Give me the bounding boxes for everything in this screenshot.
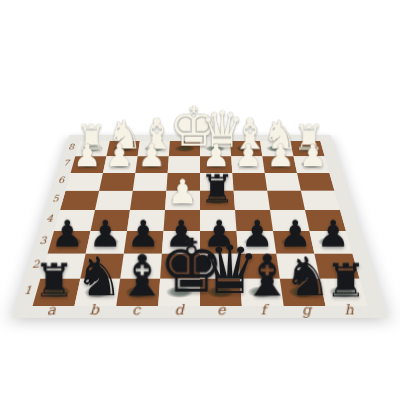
square-c5[interactable] — [130, 191, 166, 210]
black-knight[interactable]: ♞ — [283, 250, 325, 304]
square-c6[interactable] — [133, 173, 168, 191]
square-e5[interactable]: ♜ — [200, 191, 235, 210]
chess-board: 8♜♞♝♚♛♝♞♜87♟♟♟♟♟♟♟7665♟♜5443♟♟♟♟♟♟♟♟3221… — [12, 135, 388, 318]
square-a5[interactable] — [60, 191, 99, 210]
file-label: c — [132, 303, 141, 317]
file-label-cell: a — [29, 306, 74, 318]
rank-label-left: 5 — [52, 194, 59, 203]
board-border — [367, 306, 387, 318]
black-bishop[interactable]: ♝ — [242, 246, 284, 303]
square-d7[interactable] — [168, 156, 200, 173]
black-knight[interactable]: ♞ — [75, 250, 117, 304]
photo-scene: 8♜♞♝♚♛♝♞♜87♟♟♟♟♟♟♟7665♟♜5443♟♟♟♟♟♟♟♟3221… — [0, 0, 400, 400]
rank-label-left: 6 — [58, 176, 65, 184]
square-a6[interactable] — [66, 173, 103, 191]
square-a7[interactable]: ♟ — [71, 156, 107, 173]
white-pawn[interactable]: ♟ — [71, 140, 103, 171]
file-label: g — [301, 303, 311, 317]
white-king[interactable]: ♚ — [169, 100, 200, 155]
file-label-cell: e — [200, 306, 243, 318]
file-label-cell: f — [242, 306, 286, 318]
square-g7[interactable]: ♟ — [262, 156, 297, 173]
file-label: b — [89, 303, 99, 317]
file-label-cell: g — [284, 306, 328, 318]
file-label: f — [261, 303, 267, 317]
square-c7[interactable]: ♟ — [135, 156, 169, 173]
square-h7[interactable]: ♟ — [294, 156, 330, 173]
file-label-cell: h — [326, 306, 371, 318]
square-h6[interactable] — [297, 173, 334, 191]
file-label: h — [343, 303, 354, 317]
square-f7[interactable]: ♟ — [231, 156, 265, 173]
square-f6[interactable] — [232, 173, 267, 191]
rank-label-left: 7 — [63, 159, 70, 167]
file-label-cell: c — [115, 306, 159, 318]
white-pawn[interactable]: ♟ — [103, 140, 135, 171]
rank-label-left: 3 — [39, 235, 47, 245]
square-d8[interactable]: ♚ — [169, 141, 200, 156]
black-rook[interactable]: ♜ — [33, 257, 75, 303]
white-pawn[interactable]: ♟ — [264, 140, 296, 171]
rank-label-cell: 5 — [334, 191, 354, 210]
black-queen[interactable]: ♛ — [200, 237, 242, 304]
rank-label-left: 1 — [23, 285, 32, 296]
white-pawn[interactable]: ♟ — [297, 140, 329, 171]
square-d5[interactable]: ♟ — [165, 191, 200, 210]
square-b6[interactable] — [99, 173, 135, 191]
file-label: d — [174, 303, 184, 317]
square-h5[interactable] — [301, 191, 340, 210]
black-king[interactable]: ♚ — [158, 230, 200, 304]
square-b5[interactable] — [95, 191, 133, 210]
black-rook[interactable]: ♜ — [325, 257, 367, 303]
square-g5[interactable] — [267, 191, 305, 210]
square-g6[interactable] — [265, 173, 301, 191]
white-pawn[interactable]: ♟ — [165, 174, 200, 208]
file-label-cell: b — [72, 306, 116, 318]
file-label: a — [46, 303, 56, 317]
white-pawn[interactable]: ♟ — [136, 140, 168, 171]
square-b7[interactable]: ♟ — [103, 156, 138, 173]
black-rook[interactable]: ♜ — [200, 169, 235, 208]
file-label-cell: d — [157, 306, 200, 318]
white-pawn[interactable]: ♟ — [232, 140, 264, 171]
black-bishop[interactable]: ♝ — [117, 246, 159, 303]
square-f5[interactable] — [234, 191, 270, 210]
file-label: e — [217, 303, 226, 317]
